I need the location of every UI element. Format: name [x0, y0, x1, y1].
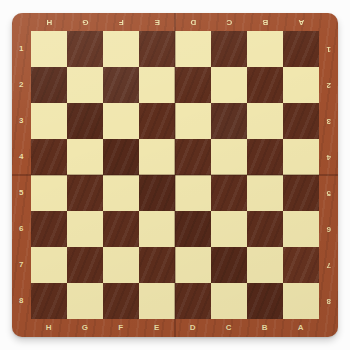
rank-label-right-8: 8: [319, 283, 338, 319]
rank-label-left-4: 4: [12, 139, 31, 175]
rank-label-left-3: 3: [12, 103, 31, 139]
square-d1[interactable]: [175, 31, 211, 67]
square-f3[interactable]: [103, 103, 139, 139]
rank-label-right-5: 5: [319, 175, 338, 211]
square-g6[interactable]: [67, 211, 103, 247]
file-label-bottom-f: F: [103, 319, 139, 337]
square-h5[interactable]: [31, 175, 67, 211]
rank-label-left-8: 8: [12, 283, 31, 319]
square-e8[interactable]: [139, 283, 175, 319]
rank-label-right-3: 3: [319, 103, 338, 139]
rank-label-right-2: 2: [319, 67, 338, 103]
square-h6[interactable]: [31, 211, 67, 247]
square-h3[interactable]: [31, 103, 67, 139]
square-h8[interactable]: [31, 283, 67, 319]
file-label-top-e: E: [139, 13, 175, 31]
rank-label-right-1: 1: [319, 31, 338, 67]
square-e7[interactable]: [139, 247, 175, 283]
fold-seam-horizontal: [12, 174, 338, 176]
square-c5[interactable]: [211, 175, 247, 211]
square-a4[interactable]: [283, 139, 319, 175]
square-h1[interactable]: [31, 31, 67, 67]
square-e1[interactable]: [139, 31, 175, 67]
file-label-bottom-a: A: [283, 319, 319, 337]
rank-label-right-6: 6: [319, 211, 338, 247]
square-f2[interactable]: [103, 67, 139, 103]
file-label-top-d: D: [175, 13, 211, 31]
rank-label-left-5: 5: [12, 175, 31, 211]
square-g3[interactable]: [67, 103, 103, 139]
square-d4[interactable]: [175, 139, 211, 175]
file-label-top-a: A: [283, 13, 319, 31]
square-c7[interactable]: [211, 247, 247, 283]
square-b3[interactable]: [247, 103, 283, 139]
square-a7[interactable]: [283, 247, 319, 283]
square-d3[interactable]: [175, 103, 211, 139]
square-b1[interactable]: [247, 31, 283, 67]
square-h7[interactable]: [31, 247, 67, 283]
square-g1[interactable]: [67, 31, 103, 67]
square-e3[interactable]: [139, 103, 175, 139]
file-label-bottom-h: H: [31, 319, 67, 337]
square-f5[interactable]: [103, 175, 139, 211]
square-f4[interactable]: [103, 139, 139, 175]
square-h4[interactable]: [31, 139, 67, 175]
square-a2[interactable]: [283, 67, 319, 103]
chess-board: HGFEDCBA HGFEDCBA 12345678 12345678: [12, 13, 338, 337]
file-label-bottom-b: B: [247, 319, 283, 337]
file-label-top-b: B: [247, 13, 283, 31]
rank-label-left-7: 7: [12, 247, 31, 283]
file-label-bottom-e: E: [139, 319, 175, 337]
file-label-bottom-c: C: [211, 319, 247, 337]
file-label-top-g: G: [67, 13, 103, 31]
square-g5[interactable]: [67, 175, 103, 211]
square-d2[interactable]: [175, 67, 211, 103]
square-e5[interactable]: [139, 175, 175, 211]
square-b7[interactable]: [247, 247, 283, 283]
square-f7[interactable]: [103, 247, 139, 283]
square-f8[interactable]: [103, 283, 139, 319]
square-d8[interactable]: [175, 283, 211, 319]
file-label-top-c: C: [211, 13, 247, 31]
rank-label-left-2: 2: [12, 67, 31, 103]
square-d5[interactable]: [175, 175, 211, 211]
file-label-bottom-g: G: [67, 319, 103, 337]
square-e6[interactable]: [139, 211, 175, 247]
square-c2[interactable]: [211, 67, 247, 103]
square-a3[interactable]: [283, 103, 319, 139]
square-c8[interactable]: [211, 283, 247, 319]
square-e4[interactable]: [139, 139, 175, 175]
square-b2[interactable]: [247, 67, 283, 103]
rank-label-right-4: 4: [319, 139, 338, 175]
square-g7[interactable]: [67, 247, 103, 283]
photo-background: HGFEDCBA HGFEDCBA 12345678 12345678: [0, 0, 350, 350]
square-b4[interactable]: [247, 139, 283, 175]
rank-label-left-1: 1: [12, 31, 31, 67]
square-g2[interactable]: [67, 67, 103, 103]
square-c4[interactable]: [211, 139, 247, 175]
file-label-bottom-d: D: [175, 319, 211, 337]
file-label-top-h: H: [31, 13, 67, 31]
square-g8[interactable]: [67, 283, 103, 319]
square-c1[interactable]: [211, 31, 247, 67]
square-d6[interactable]: [175, 211, 211, 247]
square-g4[interactable]: [67, 139, 103, 175]
rank-label-left-6: 6: [12, 211, 31, 247]
square-a5[interactable]: [283, 175, 319, 211]
square-f1[interactable]: [103, 31, 139, 67]
file-label-top-f: F: [103, 13, 139, 31]
square-b5[interactable]: [247, 175, 283, 211]
square-a8[interactable]: [283, 283, 319, 319]
square-e2[interactable]: [139, 67, 175, 103]
square-h2[interactable]: [31, 67, 67, 103]
square-c3[interactable]: [211, 103, 247, 139]
square-a6[interactable]: [283, 211, 319, 247]
rank-label-right-7: 7: [319, 247, 338, 283]
square-d7[interactable]: [175, 247, 211, 283]
square-f6[interactable]: [103, 211, 139, 247]
square-a1[interactable]: [283, 31, 319, 67]
square-b8[interactable]: [247, 283, 283, 319]
square-b6[interactable]: [247, 211, 283, 247]
square-c6[interactable]: [211, 211, 247, 247]
